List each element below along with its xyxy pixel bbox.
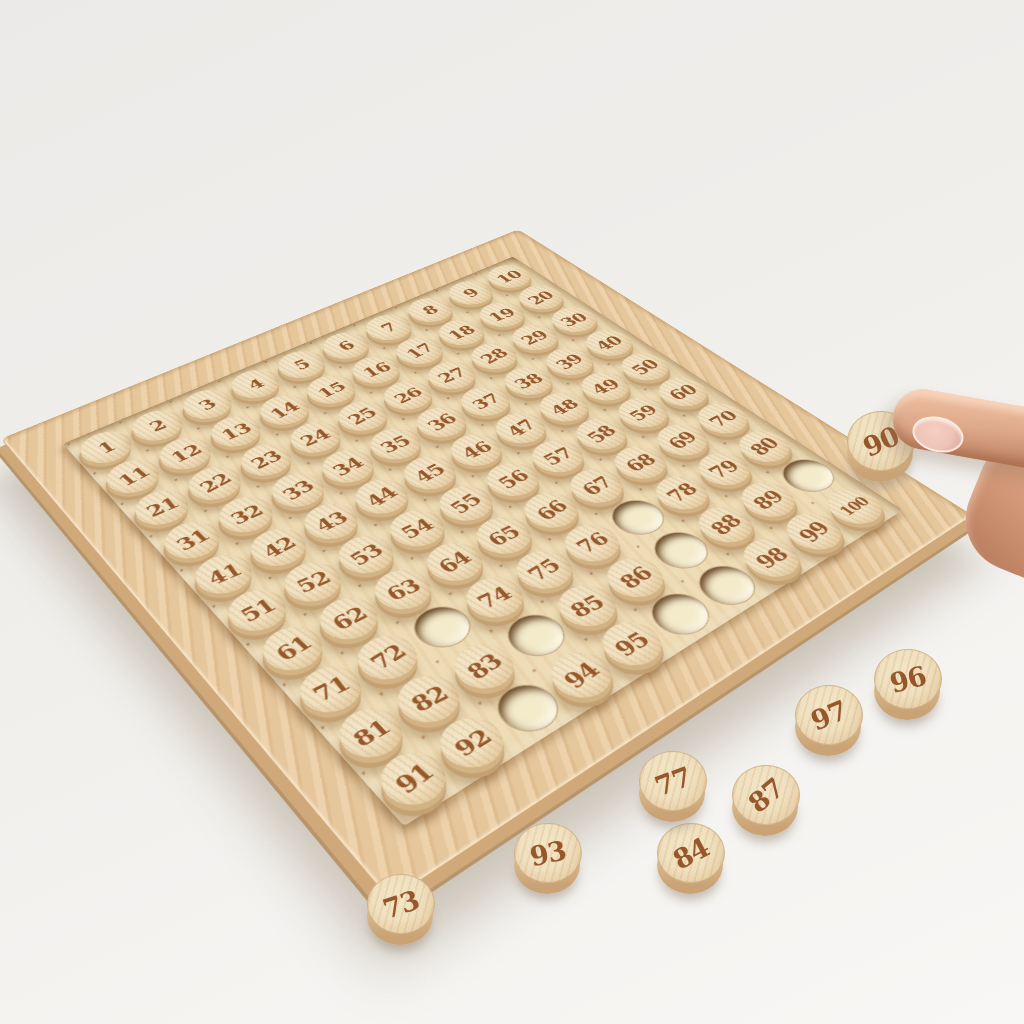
disc-side xyxy=(367,887,433,945)
disc-number-label: 61 xyxy=(270,632,316,666)
disc-number-label: 77 xyxy=(651,760,695,801)
disc-number-label: 54 xyxy=(396,515,438,543)
disc-number-label: 70 xyxy=(703,407,742,430)
disc-number-label: 63 xyxy=(381,575,424,605)
fingernail-icon xyxy=(909,411,968,458)
disc-number-label: 12 xyxy=(166,441,205,466)
disc-number-label: 50 xyxy=(627,356,664,377)
disc-number-label: 15 xyxy=(313,379,350,401)
disc-number-label: 71 xyxy=(307,672,354,707)
loose-disc-97[interactable]: 97 xyxy=(795,685,861,757)
disc-side xyxy=(732,778,798,836)
loose-disc-84[interactable]: 84 xyxy=(657,823,723,895)
board-surface: 1234567891011121314151617181920212223242… xyxy=(63,257,903,827)
disc-number-label: 45 xyxy=(409,460,449,485)
disc-number-label: 13 xyxy=(217,420,255,443)
disc-number-label: 96 xyxy=(887,659,929,698)
disc-number-label: 84 xyxy=(668,831,714,875)
disc-number-label: 42 xyxy=(257,533,300,562)
disc-side xyxy=(514,836,580,894)
loose-disc-77[interactable]: 77 xyxy=(639,751,705,823)
disc-number-label: 48 xyxy=(545,396,583,419)
disc-number-label: 72 xyxy=(364,640,411,674)
disc-number-label: 67 xyxy=(576,473,617,499)
disc-number-label: 22 xyxy=(195,470,236,496)
disc-number-label: 5 xyxy=(290,356,314,372)
loose-disc-96[interactable]: 96 xyxy=(874,649,940,721)
board-grid: 1234567891011121314151617181920212223242… xyxy=(67,258,899,821)
disc-number-label: 9 xyxy=(458,286,482,300)
disc-number-label: 41 xyxy=(203,559,245,588)
disc-number-label: 4 xyxy=(243,376,268,393)
disc-number-label: 23 xyxy=(246,447,286,472)
disc-number-label: 92 xyxy=(447,723,496,761)
disc-number-label: 57 xyxy=(538,444,578,468)
disc-number-label: 40 xyxy=(591,333,627,353)
disc-number-label: 79 xyxy=(704,457,745,482)
disc-number-label: 46 xyxy=(456,438,495,462)
disc-number-label: 30 xyxy=(557,310,592,329)
disc-number-label: 36 xyxy=(422,410,461,433)
disc-number-label: 76 xyxy=(571,529,614,557)
disc-number-label: 74 xyxy=(472,582,516,613)
disc-number-label: 8 xyxy=(419,303,442,318)
disc-number-label: 93 xyxy=(527,834,568,872)
disc-number-label: 58 xyxy=(582,422,621,446)
disc-number-label: 38 xyxy=(509,370,546,391)
disc-number-label: 68 xyxy=(620,450,660,475)
disc-number-label: 16 xyxy=(358,360,394,381)
disc-number-label: 11 xyxy=(113,464,154,490)
disc-number-label: 60 xyxy=(664,381,702,403)
disc-number-label: 89 xyxy=(747,486,788,513)
disc-side xyxy=(874,662,940,720)
disc-number-label: 62 xyxy=(327,603,372,635)
disc-side xyxy=(657,836,723,894)
disc-number-label: 97 xyxy=(807,694,852,736)
disc-number-label: 28 xyxy=(476,346,512,367)
disc-number-label: 34 xyxy=(327,454,367,479)
disc-top: 87 xyxy=(732,765,800,825)
disc-side xyxy=(639,764,705,822)
disc-number-label: 82 xyxy=(405,681,452,717)
disc-number-label: 37 xyxy=(466,390,504,412)
disc-top: 96 xyxy=(874,649,942,709)
disc-number-label: 47 xyxy=(501,416,540,440)
disc-side xyxy=(795,698,861,756)
disc-number-label: 25 xyxy=(343,404,381,427)
disc-number-label: 29 xyxy=(517,328,553,348)
disc-number-label: 53 xyxy=(345,540,388,569)
disc-number-label: 6 xyxy=(333,338,358,353)
disc-number-label: 81 xyxy=(346,714,395,752)
disc-number-label: 64 xyxy=(433,547,476,577)
disc-number-label: 43 xyxy=(310,508,351,535)
disc-number-label: 19 xyxy=(485,305,519,324)
disc-number-label: 1 xyxy=(93,438,119,457)
hundred-board: 1234567891011121314151617181920212223242… xyxy=(1,229,973,901)
disc-number-label: 85 xyxy=(564,590,609,621)
disc-number-label: 99 xyxy=(793,517,835,545)
disc-number-label: 49 xyxy=(586,376,623,397)
disc-number-label: 14 xyxy=(265,399,303,422)
disc-top: 93 xyxy=(514,823,582,883)
disc-number-label: 83 xyxy=(460,649,507,684)
disc-number-label: 31 xyxy=(171,526,213,555)
disc-number-label: 80 xyxy=(745,434,784,459)
loose-disc-87[interactable]: 87 xyxy=(732,765,798,837)
disc-number-label: 98 xyxy=(749,543,793,572)
photo-scene: 1234567891011121314151617181920212223242… xyxy=(0,0,1024,1024)
disc-number-label: 87 xyxy=(742,772,789,819)
disc-number-label: 27 xyxy=(433,365,470,386)
loose-disc-93[interactable]: 93 xyxy=(514,823,580,895)
disc-number-label: 56 xyxy=(492,467,532,493)
disc-top: 84 xyxy=(657,823,725,883)
disc-number-label: 2 xyxy=(146,416,170,434)
disc-number-label: 100 xyxy=(836,494,874,518)
disc-number-label: 39 xyxy=(551,351,587,372)
disc-number-label: 78 xyxy=(661,480,702,506)
held-disc-90[interactable]: 90 xyxy=(847,411,913,483)
disc-number-label: 35 xyxy=(376,432,415,456)
disc-number-label: 52 xyxy=(291,567,334,597)
disc-number-label: 51 xyxy=(235,595,279,627)
disc-number-label: 69 xyxy=(663,428,702,452)
disc-number-label: 24 xyxy=(296,426,334,450)
disc-number-label: 55 xyxy=(445,490,486,517)
disc-number-label: 32 xyxy=(225,501,266,528)
disc-number-label: 88 xyxy=(704,510,746,538)
disc-number-label: 44 xyxy=(361,483,402,510)
disc-number-label: 20 xyxy=(524,288,558,306)
disc-number-label: 90 xyxy=(858,420,903,463)
disc-number-label: 91 xyxy=(388,758,439,799)
disc-number-label: 3 xyxy=(194,396,220,413)
disc-number-label: 94 xyxy=(557,657,604,692)
disc-number-label: 66 xyxy=(530,497,572,524)
disc-number-label: 18 xyxy=(444,323,479,343)
disc-top: 90 xyxy=(847,411,915,471)
disc-number-label: 95 xyxy=(609,627,655,660)
disc-top: 77 xyxy=(639,751,707,811)
disc-number-label: 17 xyxy=(401,341,437,362)
disc-top: 97 xyxy=(795,685,863,745)
disc-number-label: 7 xyxy=(377,320,401,335)
disc-number-label: 33 xyxy=(277,477,318,503)
disc-number-label: 86 xyxy=(613,562,657,592)
disc-number-label: 21 xyxy=(142,494,182,521)
disc-number-label: 59 xyxy=(624,401,662,424)
disc-number-label: 26 xyxy=(389,384,426,406)
disc-number-label: 10 xyxy=(492,268,525,285)
disc-number-label: 65 xyxy=(483,522,525,550)
disc-number-label: 75 xyxy=(522,555,566,585)
